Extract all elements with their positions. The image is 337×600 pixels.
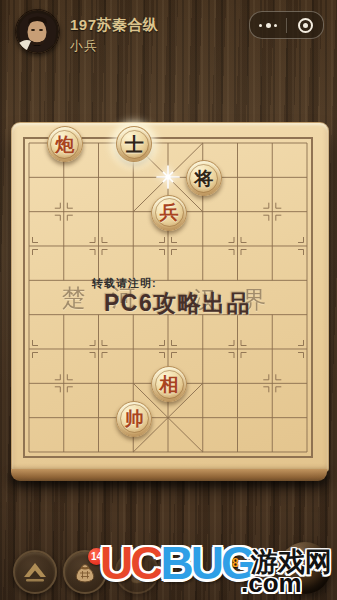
more-dots-icon: [274, 24, 277, 27]
piece-character: 兵: [160, 203, 179, 222]
chevron-up-icon: [15, 552, 55, 592]
black-advisor-piece[interactable]: 士: [116, 126, 152, 162]
header: 197苏秦合纵 小兵: [0, 0, 337, 60]
piece-character: 将: [194, 169, 213, 188]
piece-character: 帅: [125, 409, 144, 428]
board-edge: [11, 469, 327, 481]
more-button[interactable]: [250, 12, 286, 38]
avatar-portrait: [16, 10, 59, 53]
watermark-bug: BUG: [160, 537, 253, 589]
piece-character: 相: [160, 375, 179, 394]
circled-dot-icon: [298, 18, 313, 33]
app-screen: 197苏秦合纵 小兵 楚 河 汉 界 炮士将兵相帅 转载请注明: PC6攻略出品: [0, 0, 337, 600]
watermark-fragment: 8: [232, 556, 239, 570]
collapse-button[interactable]: [13, 550, 57, 594]
wechat-capsule: [249, 11, 324, 39]
lamp-icon: [117, 552, 157, 592]
piece-character: 炮: [55, 135, 74, 154]
more-dots-icon: [266, 23, 271, 28]
level-title: 197苏秦合纵: [70, 16, 159, 35]
menu-ball-button[interactable]: [279, 542, 331, 594]
red-soldier-piece[interactable]: 兵: [151, 195, 187, 231]
watermark-brand: PC6攻略出品: [104, 288, 251, 319]
black-general-piece[interactable]: 将: [186, 160, 222, 196]
more-dots-icon: [259, 24, 262, 27]
close-button[interactable]: [287, 12, 323, 38]
red-cannon-piece[interactable]: 炮: [47, 126, 83, 162]
red-general-piece[interactable]: 帅: [116, 401, 152, 437]
piece-character: 士: [125, 135, 144, 154]
badge-count: 14: [88, 548, 105, 565]
avatar[interactable]: [15, 9, 60, 54]
hint-button[interactable]: [115, 550, 159, 594]
player-rank: 小兵: [70, 37, 98, 55]
